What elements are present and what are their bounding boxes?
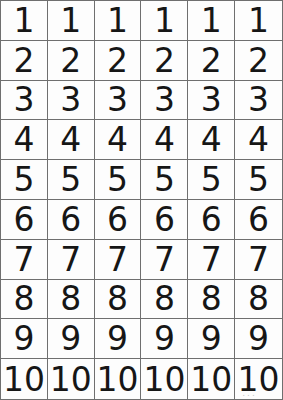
grid-cell-r2c4: 2: [141, 41, 188, 81]
cell-number: 3: [248, 83, 269, 116]
grid-cell-r7c1: 7: [1, 240, 48, 280]
grid-cell-r10c2: 10: [48, 359, 95, 399]
grid-cell-r7c6: 7: [235, 240, 282, 280]
grid-cell-r4c2: 4: [48, 120, 95, 160]
cell-number: 4: [201, 123, 222, 156]
grid-cell-r2c1: 2: [1, 41, 48, 81]
cell-number: 5: [154, 163, 175, 196]
cell-number: 9: [154, 322, 175, 355]
grid-cell-r2c3: 2: [95, 41, 142, 81]
cell-number: 10: [50, 363, 92, 396]
cell-number: 7: [107, 243, 128, 276]
grid-cell-r7c2: 7: [48, 240, 95, 280]
grid-cell-r5c4: 5: [141, 160, 188, 200]
grid-cell-r6c5: 6: [188, 200, 235, 240]
cell-number: 10: [3, 363, 45, 396]
cell-number: 6: [248, 203, 269, 236]
cell-number: 5: [201, 163, 222, 196]
cell-number: 7: [13, 243, 34, 276]
counting-grid-board: 1111112222223333334444445555556666667777…: [0, 0, 283, 400]
cell-number: 6: [60, 203, 81, 236]
grid-cell-r3c2: 3: [48, 81, 95, 121]
grid-cell-r4c5: 4: [188, 120, 235, 160]
cell-number: 6: [13, 203, 34, 236]
grid-cell-r3c5: 3: [188, 81, 235, 121]
grid-cell-r5c6: 5: [235, 160, 282, 200]
grid-cell-r1c2: 1: [48, 1, 95, 41]
cell-number: 1: [107, 4, 128, 37]
grid-cell-r2c6: 2: [235, 41, 282, 81]
grid-cell-r9c1: 9: [1, 319, 48, 359]
grid-cell-r8c3: 8: [95, 280, 142, 320]
cell-number: 4: [13, 123, 34, 156]
cell-number: 5: [60, 163, 81, 196]
grid-cell-r8c1: 8: [1, 280, 48, 320]
cell-number: 6: [201, 203, 222, 236]
cell-number: 2: [201, 44, 222, 77]
grid-cell-r6c2: 6: [48, 200, 95, 240]
cell-number: 10: [97, 363, 139, 396]
cell-number: 10: [143, 363, 185, 396]
cell-number: 2: [60, 44, 81, 77]
grid-cell-r10c4: 10: [141, 359, 188, 399]
cell-number: 3: [60, 83, 81, 116]
cell-number: 8: [154, 282, 175, 315]
cell-number: 7: [60, 243, 81, 276]
cell-number: 9: [248, 322, 269, 355]
cell-number: 4: [248, 123, 269, 156]
cell-number: 7: [201, 243, 222, 276]
cell-number: 8: [248, 282, 269, 315]
grid-cell-r1c6: 1: [235, 1, 282, 41]
cell-number: 2: [107, 44, 128, 77]
grid-cell-r9c6: 9: [235, 319, 282, 359]
cell-number: 7: [248, 243, 269, 276]
cell-number: 5: [13, 163, 34, 196]
cell-number: 3: [201, 83, 222, 116]
grid-cell-r10c1: 10: [1, 359, 48, 399]
grid-cell-r9c5: 9: [188, 319, 235, 359]
grid-cell-r8c2: 8: [48, 280, 95, 320]
grid-cell-r10c6: 10...: [235, 359, 282, 399]
grid-cell-r7c3: 7: [95, 240, 142, 280]
grid-cell-r4c4: 4: [141, 120, 188, 160]
cell-number: 9: [60, 322, 81, 355]
cell-number: 1: [248, 4, 269, 37]
cell-number: 3: [107, 83, 128, 116]
grid-cell-r6c6: 6: [235, 200, 282, 240]
cell-number: 2: [248, 44, 269, 77]
grid-cell-r3c1: 3: [1, 81, 48, 121]
cell-number: 4: [60, 123, 81, 156]
cell-number: 6: [154, 203, 175, 236]
grid-cell-r2c2: 2: [48, 41, 95, 81]
cell-number: 2: [154, 44, 175, 77]
grid-cell-r5c5: 5: [188, 160, 235, 200]
cell-number: 4: [154, 123, 175, 156]
grid-cell-r5c3: 5: [95, 160, 142, 200]
grid-cell-r8c6: 8: [235, 280, 282, 320]
cell-number: 3: [154, 83, 175, 116]
grid-cell-r7c4: 7: [141, 240, 188, 280]
cell-number: 8: [60, 282, 81, 315]
cell-number: 8: [107, 282, 128, 315]
cell-number: 9: [13, 322, 34, 355]
grid-cell-r3c3: 3: [95, 81, 142, 121]
grid-cell-r4c6: 4: [235, 120, 282, 160]
grid-cell-r7c5: 7: [188, 240, 235, 280]
cell-number: 8: [13, 282, 34, 315]
cell-number: 3: [13, 83, 34, 116]
cell-number: 1: [13, 4, 34, 37]
grid-cell-r9c4: 9: [141, 319, 188, 359]
cell-number: 2: [13, 44, 34, 77]
cell-number: 10: [190, 363, 232, 396]
cell-number: 8: [201, 282, 222, 315]
grid-cell-r4c1: 4: [1, 120, 48, 160]
grid-cell-r1c4: 1: [141, 1, 188, 41]
grid-cell-r8c4: 8: [141, 280, 188, 320]
grid-cell-r4c3: 4: [95, 120, 142, 160]
cell-number: 1: [201, 4, 222, 37]
grid-cell-r9c2: 9: [48, 319, 95, 359]
cell-number: 5: [107, 163, 128, 196]
grid-cell-r3c4: 3: [141, 81, 188, 121]
faint-watermark-dots: ...: [242, 389, 257, 398]
cell-number: 1: [154, 4, 175, 37]
grid-cell-r8c5: 8: [188, 280, 235, 320]
cell-number: 4: [107, 123, 128, 156]
cell-number: 6: [107, 203, 128, 236]
cell-number: 9: [201, 322, 222, 355]
grid-cell-r1c3: 1: [95, 1, 142, 41]
grid-cell-r1c1: 1: [1, 1, 48, 41]
grid-cell-r9c3: 9: [95, 319, 142, 359]
grid-cell-r1c5: 1: [188, 1, 235, 41]
cell-number: 5: [248, 163, 269, 196]
grid-cell-r10c3: 10: [95, 359, 142, 399]
grid-cell-r6c3: 6: [95, 200, 142, 240]
grid-cell-r2c5: 2: [188, 41, 235, 81]
grid-cell-r5c1: 5: [1, 160, 48, 200]
grid-cell-r6c1: 6: [1, 200, 48, 240]
grid-cell-r5c2: 5: [48, 160, 95, 200]
grid-cell-r10c5: 10: [188, 359, 235, 399]
grid-cell-r3c6: 3: [235, 81, 282, 121]
grid-cell-r6c4: 6: [141, 200, 188, 240]
cell-number: 9: [107, 322, 128, 355]
cell-number: 1: [60, 4, 81, 37]
cell-number: 7: [154, 243, 175, 276]
